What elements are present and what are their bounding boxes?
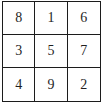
grid-cell-r2c1: 3 — [3, 35, 35, 68]
magic-square-diagram: 8 1 6 3 5 7 4 9 2 — [0, 0, 104, 106]
magic-square-board: 8 1 6 3 5 7 4 9 2 — [2, 1, 101, 102]
grid-cell-r3c2: 9 — [35, 68, 67, 101]
grid-cell-r1c3: 6 — [68, 2, 100, 35]
grid-cell-r3c3: 2 — [68, 68, 100, 101]
grid-cell-r1c2: 1 — [35, 2, 67, 35]
grid-cell-r1c1: 8 — [3, 2, 35, 35]
grid-cell-r2c2: 5 — [35, 35, 67, 68]
grid-cell-r2c3: 7 — [68, 35, 100, 68]
grid-cell-r3c1: 4 — [3, 68, 35, 101]
